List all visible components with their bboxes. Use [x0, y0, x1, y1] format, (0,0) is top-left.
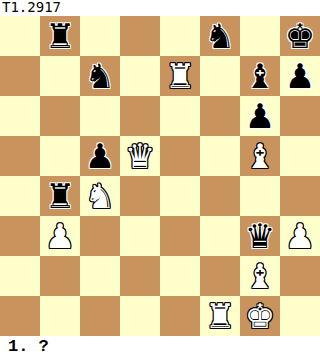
square-e2[interactable]: [160, 256, 200, 296]
chess-puzzle-app: T1.2917 ♜♞♚♞♜♝♟♟♟♛♝♜♞♟♛♟♝♜♚ 1. ?: [0, 0, 320, 360]
square-e1[interactable]: [160, 296, 200, 336]
square-g6[interactable]: ♟: [240, 96, 280, 136]
square-h6[interactable]: [280, 96, 320, 136]
square-a7[interactable]: [0, 56, 40, 96]
square-f4[interactable]: [200, 176, 240, 216]
square-h8[interactable]: ♚: [280, 16, 320, 56]
white-rook-piece[interactable]: ♜: [165, 56, 195, 96]
square-f7[interactable]: [200, 56, 240, 96]
square-f5[interactable]: [200, 136, 240, 176]
square-c7[interactable]: ♞: [80, 56, 120, 96]
square-a3[interactable]: [0, 216, 40, 256]
square-f6[interactable]: [200, 96, 240, 136]
square-d4[interactable]: [120, 176, 160, 216]
square-d7[interactable]: [120, 56, 160, 96]
square-b5[interactable]: [40, 136, 80, 176]
square-d3[interactable]: [120, 216, 160, 256]
move-prompt: 1. ?: [0, 336, 320, 360]
black-rook-piece[interactable]: ♜: [45, 176, 75, 216]
square-e8[interactable]: [160, 16, 200, 56]
square-g4[interactable]: [240, 176, 280, 216]
square-a2[interactable]: [0, 256, 40, 296]
square-g8[interactable]: [240, 16, 280, 56]
square-a4[interactable]: [0, 176, 40, 216]
square-f1[interactable]: ♜: [200, 296, 240, 336]
square-h7[interactable]: ♟: [280, 56, 320, 96]
square-e4[interactable]: [160, 176, 200, 216]
square-b2[interactable]: [40, 256, 80, 296]
square-e5[interactable]: [160, 136, 200, 176]
white-queen-piece[interactable]: ♛: [125, 136, 155, 176]
square-c2[interactable]: [80, 256, 120, 296]
square-a6[interactable]: [0, 96, 40, 136]
square-g7[interactable]: ♝: [240, 56, 280, 96]
black-queen-piece[interactable]: ♛: [245, 216, 275, 256]
square-e7[interactable]: ♜: [160, 56, 200, 96]
puzzle-id: T1.2917: [0, 0, 320, 16]
black-pawn-piece[interactable]: ♟: [245, 96, 275, 136]
black-king-piece[interactable]: ♚: [285, 16, 315, 56]
square-a8[interactable]: [0, 16, 40, 56]
black-pawn-piece[interactable]: ♟: [85, 136, 115, 176]
square-d2[interactable]: [120, 256, 160, 296]
black-knight-piece[interactable]: ♞: [85, 56, 115, 96]
square-g1[interactable]: ♚: [240, 296, 280, 336]
square-g2[interactable]: ♝: [240, 256, 280, 296]
square-b4[interactable]: ♜: [40, 176, 80, 216]
black-knight-piece[interactable]: ♞: [205, 16, 235, 56]
white-rook-piece[interactable]: ♜: [205, 296, 235, 336]
square-g5[interactable]: ♝: [240, 136, 280, 176]
black-bishop-piece[interactable]: ♝: [245, 56, 275, 96]
square-c1[interactable]: [80, 296, 120, 336]
white-bishop-piece[interactable]: ♝: [245, 136, 275, 176]
square-h2[interactable]: [280, 256, 320, 296]
square-e3[interactable]: [160, 216, 200, 256]
square-b8[interactable]: ♜: [40, 16, 80, 56]
square-d8[interactable]: [120, 16, 160, 56]
square-d5[interactable]: ♛: [120, 136, 160, 176]
white-bishop-piece[interactable]: ♝: [245, 256, 275, 296]
square-f3[interactable]: [200, 216, 240, 256]
square-b3[interactable]: ♟: [40, 216, 80, 256]
white-pawn-piece[interactable]: ♟: [285, 216, 315, 256]
square-a1[interactable]: [0, 296, 40, 336]
square-b7[interactable]: [40, 56, 80, 96]
square-d1[interactable]: [120, 296, 160, 336]
black-pawn-piece[interactable]: ♟: [285, 56, 315, 96]
square-c4[interactable]: ♞: [80, 176, 120, 216]
square-c8[interactable]: [80, 16, 120, 56]
square-h3[interactable]: ♟: [280, 216, 320, 256]
square-g3[interactable]: ♛: [240, 216, 280, 256]
white-knight-piece[interactable]: ♞: [85, 176, 115, 216]
square-e6[interactable]: [160, 96, 200, 136]
white-pawn-piece[interactable]: ♟: [45, 216, 75, 256]
square-c5[interactable]: ♟: [80, 136, 120, 176]
square-h5[interactable]: [280, 136, 320, 176]
square-c6[interactable]: [80, 96, 120, 136]
square-f8[interactable]: ♞: [200, 16, 240, 56]
square-d6[interactable]: [120, 96, 160, 136]
square-c3[interactable]: [80, 216, 120, 256]
square-b6[interactable]: [40, 96, 80, 136]
square-f2[interactable]: [200, 256, 240, 296]
black-rook-piece[interactable]: ♜: [45, 16, 75, 56]
square-h1[interactable]: [280, 296, 320, 336]
square-a5[interactable]: [0, 136, 40, 176]
square-h4[interactable]: [280, 176, 320, 216]
chess-board: ♜♞♚♞♜♝♟♟♟♛♝♜♞♟♛♟♝♜♚: [0, 16, 320, 336]
white-king-piece[interactable]: ♚: [245, 296, 275, 336]
square-b1[interactable]: [40, 296, 80, 336]
